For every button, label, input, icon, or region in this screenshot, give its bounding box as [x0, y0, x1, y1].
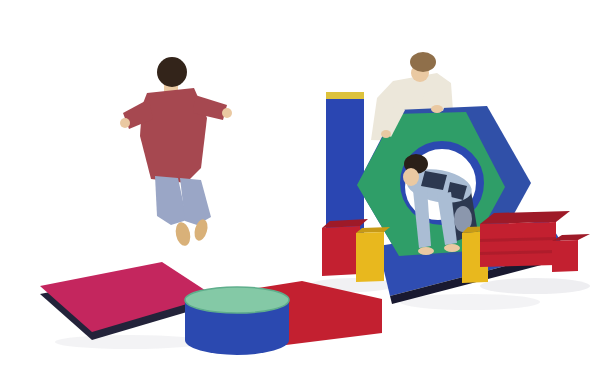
crawling-girl-face — [403, 168, 419, 186]
jumping-boy-hair — [157, 57, 187, 87]
red-steps-front — [480, 222, 556, 267]
cylinder-top — [185, 287, 289, 313]
climbing-boy-hair — [410, 52, 436, 72]
climbing-boy-hand-left — [381, 130, 391, 138]
climbing-boy-hand-right — [431, 105, 443, 113]
shadow-steps — [480, 278, 590, 294]
crawling-girl-hand-right — [444, 244, 460, 252]
red-step-lower-front — [552, 240, 578, 272]
jumping-boy-hand-left — [120, 118, 130, 128]
scene-svg — [0, 0, 600, 368]
product-photo — [0, 0, 600, 368]
left-red-block — [322, 226, 360, 276]
crawling-girl-hand-left — [418, 247, 434, 255]
left-yellow-block — [356, 232, 384, 282]
column — [326, 98, 364, 240]
shadow-pink-mat — [55, 335, 205, 349]
jumping-boy-hand-right — [222, 108, 232, 118]
column-cap — [326, 92, 364, 99]
